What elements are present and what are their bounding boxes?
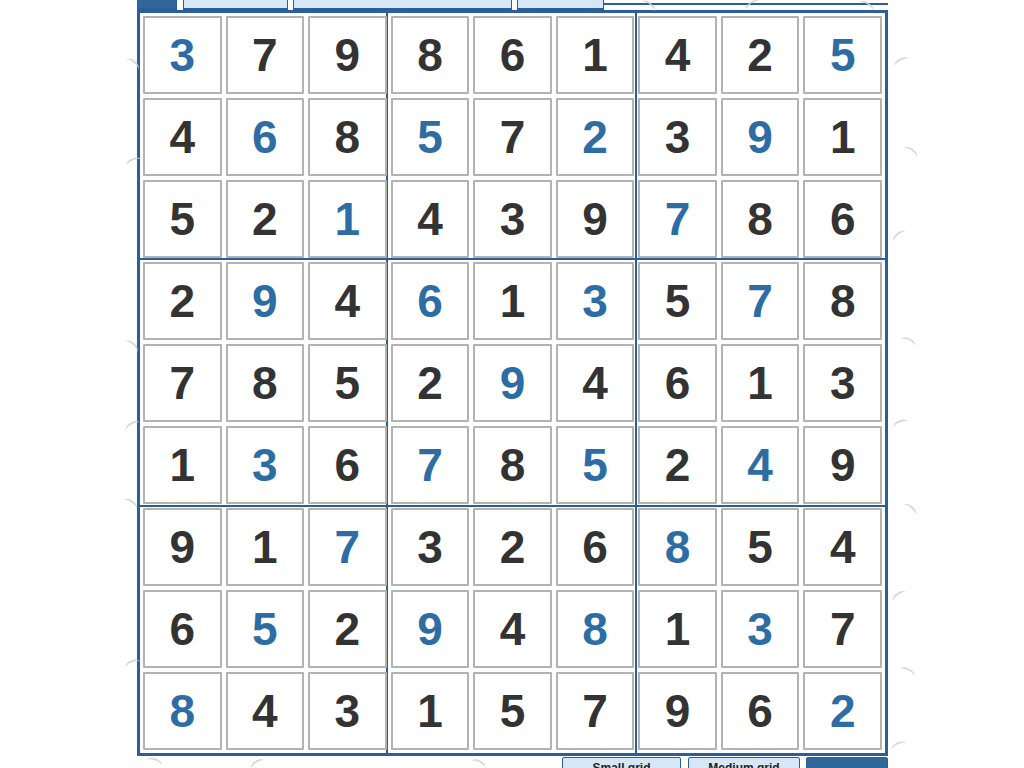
sudoku-cell-r8c8[interactable]: 3 (721, 590, 800, 668)
sudoku-cell-r7c9[interactable]: 4 (803, 508, 882, 586)
page: 3798614254685723915214397862946135787852… (0, 0, 1024, 768)
background-mark (891, 588, 910, 605)
sudoku-cell-r1c4[interactable]: 8 (391, 16, 470, 94)
sudoku-cell-r5c4[interactable]: 2 (391, 344, 470, 422)
sudoku-cell-r9c4[interactable]: 1 (391, 672, 470, 750)
sudoku-cell-r3c1[interactable]: 5 (143, 180, 222, 258)
sudoku-cell-r6c9[interactable]: 9 (803, 426, 882, 504)
sudoku-cell-r7c7[interactable]: 8 (638, 508, 717, 586)
sudoku-cell-r7c6[interactable]: 6 (556, 508, 635, 586)
sudoku-cell-r8c9[interactable]: 7 (803, 590, 882, 668)
sudoku-cell-r2c4[interactable]: 5 (391, 98, 470, 176)
top-tab-2[interactable] (183, 0, 288, 10)
sudoku-cell-r3c4[interactable]: 4 (391, 180, 470, 258)
background-mark (892, 417, 911, 432)
background-mark (890, 739, 909, 755)
sudoku-cell-r5c1[interactable]: 7 (143, 344, 222, 422)
sudoku-cell-r3c2[interactable]: 2 (226, 180, 305, 258)
sudoku-cell-r7c3[interactable]: 7 (308, 508, 387, 586)
sudoku-cell-r9c9[interactable]: 2 (803, 672, 882, 750)
sudoku-cell-r3c5[interactable]: 3 (473, 180, 552, 258)
sudoku-cell-r6c8[interactable]: 4 (721, 426, 800, 504)
sudoku-cell-r3c8[interactable]: 8 (721, 180, 800, 258)
sudoku-cell-r1c6[interactable]: 1 (556, 16, 635, 94)
sudoku-cell-r4c2[interactable]: 9 (226, 262, 305, 340)
sudoku-cell-r3c6[interactable]: 9 (556, 180, 635, 258)
sudoku-cell-r5c5[interactable]: 9 (473, 344, 552, 422)
top-tab-3[interactable] (293, 0, 512, 10)
sudoku-cell-r5c7[interactable]: 6 (638, 344, 717, 422)
sudoku-cell-r3c3[interactable]: 1 (308, 180, 387, 258)
sudoku-cell-r5c6[interactable]: 4 (556, 344, 635, 422)
sudoku-cell-r5c2[interactable]: 8 (226, 344, 305, 422)
sudoku-cell-r6c6[interactable]: 5 (556, 426, 635, 504)
sudoku-cell-r9c2[interactable]: 4 (226, 672, 305, 750)
sudoku-grid: 3798614254685723915214397862946135787852… (140, 13, 885, 753)
tab-medium-grid[interactable]: Medium grid (688, 757, 800, 768)
sudoku-cell-r1c3[interactable]: 9 (308, 16, 387, 94)
sudoku-cell-r4c1[interactable]: 2 (143, 262, 222, 340)
top-tab-4[interactable] (517, 0, 604, 10)
tab-small-grid[interactable]: Small grid (562, 757, 681, 768)
sudoku-cell-r5c9[interactable]: 3 (803, 344, 882, 422)
sudoku-cell-r9c6[interactable]: 7 (556, 672, 635, 750)
background-mark (898, 665, 917, 681)
sudoku-cell-r7c5[interactable]: 2 (473, 508, 552, 586)
sudoku-cell-r6c4[interactable]: 7 (391, 426, 470, 504)
sudoku-cell-r2c5[interactable]: 7 (473, 98, 552, 176)
sudoku-cell-r2c7[interactable]: 3 (638, 98, 717, 176)
sudoku-cell-r4c6[interactable]: 3 (556, 262, 635, 340)
sudoku-cell-r5c8[interactable]: 1 (721, 344, 800, 422)
background-mark (900, 501, 919, 519)
background-mark (891, 228, 910, 246)
background-mark (893, 55, 912, 71)
top-tab-1-selected[interactable] (137, 0, 177, 10)
sudoku-cell-r1c1[interactable]: 3 (143, 16, 222, 94)
sudoku-cell-r1c5[interactable]: 6 (473, 16, 552, 94)
sudoku-cell-r8c2[interactable]: 5 (226, 590, 305, 668)
sudoku-cell-r2c8[interactable]: 9 (721, 98, 800, 176)
sudoku-cell-r4c4[interactable]: 6 (391, 262, 470, 340)
sudoku-cell-r8c4[interactable]: 9 (391, 590, 470, 668)
sudoku-cell-r4c8[interactable]: 7 (721, 262, 800, 340)
sudoku-cell-r9c7[interactable]: 9 (638, 672, 717, 750)
sudoku-cell-r8c3[interactable]: 2 (308, 590, 387, 668)
sudoku-cell-r9c8[interactable]: 6 (721, 672, 800, 750)
sudoku-cell-r4c7[interactable]: 5 (638, 262, 717, 340)
sudoku-cell-r8c5[interactable]: 4 (473, 590, 552, 668)
sudoku-cell-r8c1[interactable]: 6 (143, 590, 222, 668)
sudoku-cell-r1c2[interactable]: 7 (226, 16, 305, 94)
tab-grid-size-selected[interactable] (806, 757, 888, 768)
sudoku-cell-r6c7[interactable]: 2 (638, 426, 717, 504)
sudoku-cell-r4c9[interactable]: 8 (803, 262, 882, 340)
sudoku-cell-r7c1[interactable]: 9 (143, 508, 222, 586)
sudoku-cell-r9c3[interactable]: 3 (308, 672, 387, 750)
sudoku-cell-r4c3[interactable]: 4 (308, 262, 387, 340)
sudoku-cell-r6c2[interactable]: 3 (226, 426, 305, 504)
sudoku-cell-r2c2[interactable]: 6 (226, 98, 305, 176)
sudoku-cell-r7c8[interactable]: 5 (721, 508, 800, 586)
sudoku-cell-r7c2[interactable]: 1 (226, 508, 305, 586)
sudoku-cell-r7c4[interactable]: 3 (391, 508, 470, 586)
sudoku-cell-r1c8[interactable]: 2 (721, 16, 800, 94)
sudoku-cell-r2c3[interactable]: 8 (308, 98, 387, 176)
sudoku-cell-r1c9[interactable]: 5 (803, 16, 882, 94)
background-mark (899, 335, 918, 351)
sudoku-cell-r6c1[interactable]: 1 (143, 426, 222, 504)
sudoku-cell-r3c9[interactable]: 6 (803, 180, 882, 258)
sudoku-cell-r4c5[interactable]: 1 (473, 262, 552, 340)
sudoku-cell-r2c1[interactable]: 4 (143, 98, 222, 176)
background-mark (901, 144, 920, 161)
sudoku-cell-r3c7[interactable]: 7 (638, 180, 717, 258)
sudoku-cell-r1c7[interactable]: 4 (638, 16, 717, 94)
sudoku-cell-r6c3[interactable]: 6 (308, 426, 387, 504)
sudoku-cell-r9c5[interactable]: 5 (473, 672, 552, 750)
sudoku-cell-r9c1[interactable]: 8 (143, 672, 222, 750)
sudoku-cell-r8c6[interactable]: 8 (556, 590, 635, 668)
sudoku-cell-r6c5[interactable]: 8 (473, 426, 552, 504)
sudoku-cell-r5c3[interactable]: 5 (308, 344, 387, 422)
sudoku-cell-r2c9[interactable]: 1 (803, 98, 882, 176)
sudoku-board: 3798614254685723915214397862946135787852… (137, 10, 888, 756)
sudoku-cell-r2c6[interactable]: 2 (556, 98, 635, 176)
sudoku-cell-r8c7[interactable]: 1 (638, 590, 717, 668)
